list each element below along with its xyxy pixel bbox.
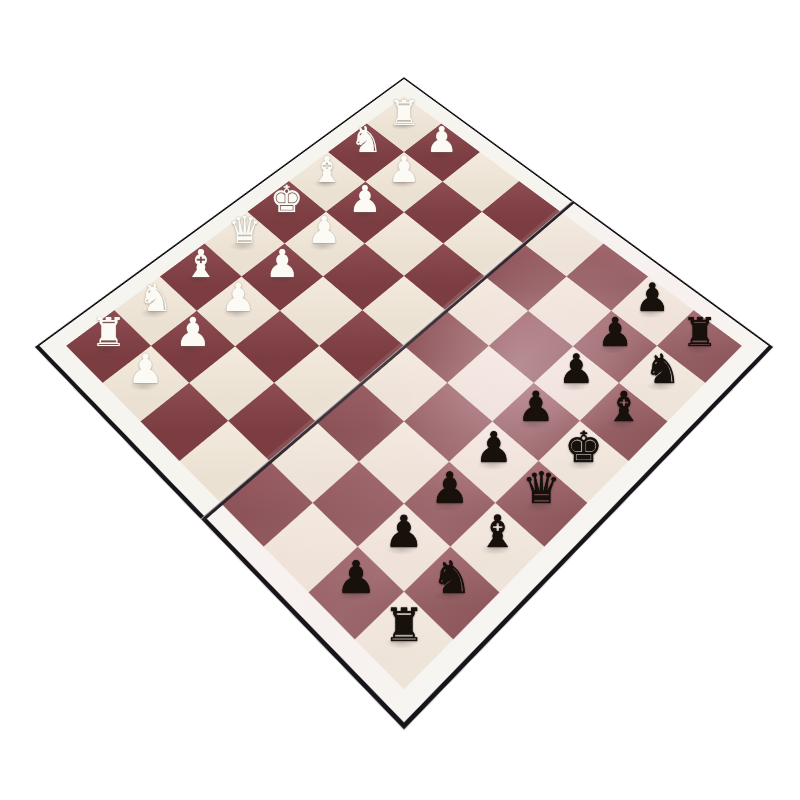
- chess-board: [35, 77, 773, 729]
- board-grid: [66, 96, 742, 690]
- product-photo: ♜♞♝♛♚♝♞♜♟♟♟♟♟♟♟♟♟♟♟♟♟♟♟♟♜♞♝♛♚♝♞♜: [0, 0, 800, 800]
